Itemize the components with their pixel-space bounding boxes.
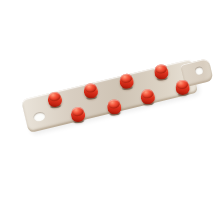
st-adapter-dust-cap: [83, 83, 99, 100]
adapter-caps-group: [21, 59, 198, 133]
st-adapter-dust-cap: [70, 106, 86, 123]
st-adapter-dust-cap: [106, 99, 122, 116]
st-adapter-dust-cap: [175, 79, 191, 96]
mounting-hole: [194, 66, 204, 76]
st-adapter-dust-cap: [140, 89, 156, 106]
st-adapter-dust-cap: [154, 64, 170, 81]
product-photo-canvas: [0, 0, 220, 198]
st-adapter-dust-cap: [119, 73, 135, 90]
st-adapter-dust-cap: [47, 91, 63, 108]
adapter-plate: [21, 59, 198, 133]
